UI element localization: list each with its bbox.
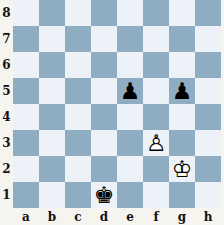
square-b4[interactable] (39, 104, 65, 130)
file-label-h: h (195, 208, 221, 225)
square-h4[interactable] (195, 104, 221, 130)
square-f5[interactable] (143, 78, 169, 104)
square-h5[interactable] (195, 78, 221, 104)
file-label-a: a (13, 208, 39, 225)
square-a6[interactable] (13, 52, 39, 78)
square-c4[interactable] (65, 104, 91, 130)
square-b5[interactable] (39, 78, 65, 104)
rank-label-4: 4 (0, 104, 13, 130)
square-e5[interactable]: ♟ (117, 78, 143, 104)
square-h6[interactable] (195, 52, 221, 78)
square-h3[interactable] (195, 130, 221, 156)
square-e2[interactable] (117, 156, 143, 182)
square-a7[interactable] (13, 26, 39, 52)
square-f7[interactable] (143, 26, 169, 52)
square-c8[interactable] (65, 0, 91, 26)
square-f4[interactable] (143, 104, 169, 130)
square-a5[interactable] (13, 78, 39, 104)
square-a4[interactable] (13, 104, 39, 130)
square-h2[interactable] (195, 156, 221, 182)
square-a1[interactable] (13, 182, 39, 208)
square-g6[interactable] (169, 52, 195, 78)
square-d3[interactable] (91, 130, 117, 156)
piece-black-pawn[interactable]: ♟ (169, 78, 195, 104)
square-e8[interactable] (117, 0, 143, 26)
square-a3[interactable] (13, 130, 39, 156)
square-h7[interactable] (195, 26, 221, 52)
square-b6[interactable] (39, 52, 65, 78)
square-d7[interactable] (91, 26, 117, 52)
square-g8[interactable] (169, 0, 195, 26)
square-h8[interactable] (195, 0, 221, 26)
square-c5[interactable] (65, 78, 91, 104)
square-a8[interactable] (13, 0, 39, 26)
square-e3[interactable] (117, 130, 143, 156)
square-g3[interactable] (169, 130, 195, 156)
file-label-d: d (91, 208, 117, 225)
square-f6[interactable] (143, 52, 169, 78)
square-b1[interactable] (39, 182, 65, 208)
square-c2[interactable] (65, 156, 91, 182)
square-g5[interactable]: ♟ (169, 78, 195, 104)
square-c3[interactable] (65, 130, 91, 156)
square-f8[interactable] (143, 0, 169, 26)
rank-label-2: 2 (0, 156, 13, 182)
rank-label-1: 1 (0, 182, 13, 208)
file-label-c: c (65, 208, 91, 225)
square-d2[interactable] (91, 156, 117, 182)
piece-white-pawn-fill: ♟ (143, 130, 169, 156)
square-a2[interactable] (13, 156, 39, 182)
rank-label-6: 6 (0, 52, 13, 78)
chess-diagram: 87654321 ♟♟♟♙♚♔♚ abcdefgh (0, 0, 224, 225)
square-c7[interactable] (65, 26, 91, 52)
square-f2[interactable] (143, 156, 169, 182)
square-b7[interactable] (39, 26, 65, 52)
square-e1[interactable] (117, 182, 143, 208)
square-b2[interactable] (39, 156, 65, 182)
piece-white-king-fill: ♚ (169, 156, 195, 182)
piece-black-pawn[interactable]: ♟ (117, 78, 143, 104)
square-h1[interactable] (195, 182, 221, 208)
rank-labels: 87654321 (0, 0, 13, 208)
square-e6[interactable] (117, 52, 143, 78)
rank-label-3: 3 (0, 130, 13, 156)
square-g4[interactable] (169, 104, 195, 130)
square-f1[interactable] (143, 182, 169, 208)
piece-black-king[interactable]: ♚ (91, 182, 117, 208)
square-c1[interactable] (65, 182, 91, 208)
square-b3[interactable] (39, 130, 65, 156)
square-e7[interactable] (117, 26, 143, 52)
square-d8[interactable] (91, 0, 117, 26)
square-b8[interactable] (39, 0, 65, 26)
file-label-g: g (169, 208, 195, 225)
square-d5[interactable] (91, 78, 117, 104)
file-labels: abcdefgh (13, 208, 221, 225)
file-label-b: b (39, 208, 65, 225)
square-g1[interactable] (169, 182, 195, 208)
rank-label-7: 7 (0, 26, 13, 52)
file-label-f: f (143, 208, 169, 225)
file-label-e: e (117, 208, 143, 225)
chess-board[interactable]: ♟♟♟♙♚♔♚ (13, 0, 221, 208)
square-c6[interactable] (65, 52, 91, 78)
rank-label-5: 5 (0, 78, 13, 104)
square-e4[interactable] (117, 104, 143, 130)
square-g2[interactable]: ♚♔ (169, 156, 195, 182)
square-d6[interactable] (91, 52, 117, 78)
square-d1[interactable]: ♚ (91, 182, 117, 208)
square-g7[interactable] (169, 26, 195, 52)
square-f3[interactable]: ♟♙ (143, 130, 169, 156)
piece-white-king[interactable]: ♔ (169, 156, 195, 182)
piece-white-pawn[interactable]: ♙ (143, 130, 169, 156)
rank-label-8: 8 (0, 0, 13, 26)
square-d4[interactable] (91, 104, 117, 130)
